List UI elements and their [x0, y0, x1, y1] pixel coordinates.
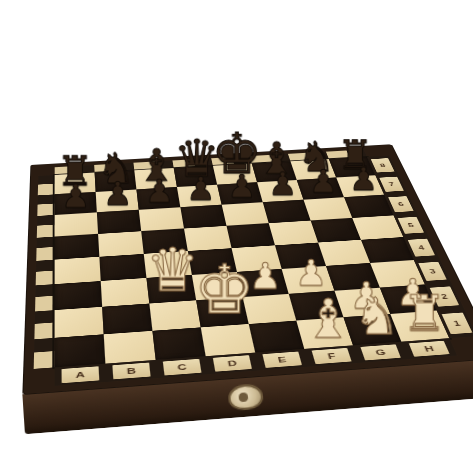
square-e8: ♚: [213, 164, 257, 185]
square-b3: [101, 278, 150, 307]
square-b6: [97, 210, 141, 234]
square-a4: [55, 257, 101, 284]
square-e4: [232, 245, 282, 272]
rank-label-4: 4: [408, 239, 435, 257]
file-label-h: H: [409, 341, 450, 357]
square-d7: ♟: [177, 185, 222, 208]
file-label-d: D: [213, 355, 252, 372]
white-knight-g1: ♞: [354, 290, 400, 341]
square-g3: [326, 263, 380, 291]
square-a3: [55, 281, 103, 310]
file-label-b: B: [112, 363, 150, 380]
square-d8: ♛: [174, 166, 217, 187]
file-label-e: E: [262, 352, 302, 368]
square-f4: [275, 243, 326, 269]
left-edge-strip: [34, 175, 55, 369]
square-a2: [55, 307, 104, 338]
square-b8: ♞: [95, 170, 137, 192]
square-f8: ♝: [252, 161, 297, 182]
rank-label-1: 1: [442, 313, 473, 335]
chess-board: ♜♞♝♛♚♝♞♜♟♟♟♟♟♟♟♟♛♟♟♚♟♟♝♞♜ ABCDEFGH 87654…: [24, 145, 473, 394]
square-a8: ♜: [55, 173, 96, 195]
rank-label-6: 6: [388, 196, 413, 212]
square-a6: [55, 212, 98, 236]
file-label-c: C: [163, 359, 202, 376]
square-a7: ♟: [55, 192, 97, 215]
white-pawn-g2: ♟: [350, 277, 383, 314]
square-c2: [149, 300, 200, 331]
square-d1: [201, 324, 255, 356]
square-f2: [289, 291, 344, 321]
photo-background: ♜♞♝♛♚♝♞♜♟♟♟♟♟♟♟♟♛♟♟♚♟♟♝♞♜ ABCDEFGH 87654…: [0, 0, 473, 473]
square-e3: ♟: [237, 269, 289, 297]
square-e2: [243, 294, 297, 324]
square-f5: [269, 220, 318, 245]
square-b2: [102, 304, 152, 335]
square-f6: [263, 200, 311, 223]
square-a1: [55, 334, 106, 367]
square-c6: [139, 207, 184, 231]
square-d4: [188, 248, 237, 275]
square-b1: [104, 331, 156, 364]
file-label-f: F: [312, 348, 352, 364]
square-d2: ♚: [196, 297, 249, 327]
square-e5: [226, 223, 274, 248]
square-c3: ♛: [146, 275, 196, 304]
rank-label-8: 8: [371, 158, 395, 172]
square-a5: [55, 234, 100, 260]
square-c7: ♟: [136, 187, 180, 210]
square-d5: [184, 226, 232, 251]
rank-label-3: 3: [418, 262, 446, 281]
square-e6: [222, 202, 269, 226]
square-f7: ♟: [257, 180, 303, 202]
square-h3: [370, 260, 425, 288]
rank-label-5: 5: [398, 217, 424, 234]
file-label-a: A: [62, 366, 100, 383]
square-c5: [141, 228, 188, 253]
square-c8: ♝: [134, 168, 177, 189]
rank-label-2: 2: [430, 286, 460, 306]
rank-label-7: 7: [379, 177, 404, 192]
square-c4: [144, 251, 192, 278]
latch-icon: [227, 383, 263, 411]
square-b7: ♟: [96, 189, 139, 212]
square-h4: [361, 237, 414, 263]
square-e1: [249, 321, 305, 353]
file-label-g: G: [360, 344, 400, 360]
square-d6: [180, 205, 226, 229]
square-b5: [98, 231, 144, 257]
square-b4: [99, 254, 146, 281]
square-c1: [152, 327, 205, 360]
square-d3: [192, 272, 243, 300]
square-e7: ♟: [217, 182, 263, 204]
